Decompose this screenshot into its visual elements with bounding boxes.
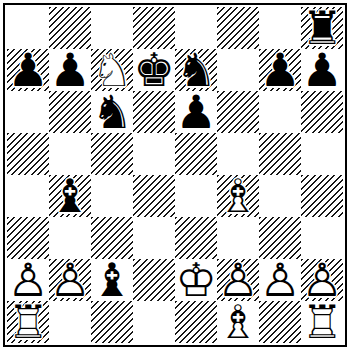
square-b5[interactable] xyxy=(49,133,91,175)
white-pawn-halo: ♟ xyxy=(259,259,301,301)
black-knight-halo: ♞ xyxy=(91,91,133,133)
square-a6[interactable] xyxy=(7,91,49,133)
board-frame: ♜♜♟♟♟♟♞♘♚♚♞♞♟♟♟♟♞♞♟♟♝♝♝♗♟♙♟♙♝♝♚♔♟♙♟♙♟♙♜♖… xyxy=(3,3,347,347)
square-e3[interactable] xyxy=(175,217,217,259)
square-a2[interactable]: ♟♙ xyxy=(7,259,49,301)
square-g3[interactable] xyxy=(259,217,301,259)
black-rook-halo: ♜ xyxy=(301,7,343,49)
square-f6[interactable] xyxy=(217,91,259,133)
square-b2[interactable]: ♟♙ xyxy=(49,259,91,301)
white-king-e2: ♔ xyxy=(175,259,217,301)
square-b8[interactable] xyxy=(49,7,91,49)
square-d5[interactable] xyxy=(133,133,175,175)
black-bishop-halo: ♝ xyxy=(91,259,133,301)
square-b6[interactable] xyxy=(49,91,91,133)
square-g4[interactable] xyxy=(259,175,301,217)
black-pawn-b7: ♟ xyxy=(49,49,91,91)
square-a5[interactable] xyxy=(7,133,49,175)
square-h4[interactable] xyxy=(301,175,343,217)
square-h7[interactable]: ♟♟ xyxy=(301,49,343,91)
black-bishop-c2: ♝ xyxy=(91,259,133,301)
black-pawn-halo: ♟ xyxy=(49,49,91,91)
square-f5[interactable] xyxy=(217,133,259,175)
white-pawn-h2: ♙ xyxy=(301,259,343,301)
white-pawn-b2: ♙ xyxy=(49,259,91,301)
white-pawn-halo: ♟ xyxy=(7,259,49,301)
white-bishop-halo: ♝ xyxy=(217,301,259,343)
square-b1[interactable] xyxy=(49,301,91,343)
white-rook-halo: ♜ xyxy=(7,301,49,343)
square-f1[interactable]: ♝♗ xyxy=(217,301,259,343)
white-bishop-f1: ♗ xyxy=(217,301,259,343)
black-pawn-e6: ♟ xyxy=(175,91,217,133)
square-h3[interactable] xyxy=(301,217,343,259)
black-knight-e7: ♞ xyxy=(175,49,217,91)
square-b7[interactable]: ♟♟ xyxy=(49,49,91,91)
black-pawn-a7: ♟ xyxy=(7,49,49,91)
square-d2[interactable] xyxy=(133,259,175,301)
square-c2[interactable]: ♝♝ xyxy=(91,259,133,301)
black-pawn-h7: ♟ xyxy=(301,49,343,91)
square-h6[interactable] xyxy=(301,91,343,133)
square-g2[interactable]: ♟♙ xyxy=(259,259,301,301)
black-king-d7: ♚ xyxy=(133,49,175,91)
black-pawn-g7: ♟ xyxy=(259,49,301,91)
black-pawn-halo: ♟ xyxy=(7,49,49,91)
white-rook-h1: ♖ xyxy=(301,301,343,343)
square-a4[interactable] xyxy=(7,175,49,217)
square-c7[interactable]: ♞♘ xyxy=(91,49,133,91)
square-f8[interactable] xyxy=(217,7,259,49)
square-h1[interactable]: ♜♖ xyxy=(301,301,343,343)
square-d8[interactable] xyxy=(133,7,175,49)
square-e8[interactable] xyxy=(175,7,217,49)
black-bishop-b4: ♝ xyxy=(49,175,91,217)
square-a1[interactable]: ♜♖ xyxy=(7,301,49,343)
square-c1[interactable] xyxy=(91,301,133,343)
white-bishop-halo: ♝ xyxy=(217,175,259,217)
square-d3[interactable] xyxy=(133,217,175,259)
square-c5[interactable] xyxy=(91,133,133,175)
black-knight-halo: ♞ xyxy=(175,49,217,91)
square-c6[interactable]: ♞♞ xyxy=(91,91,133,133)
square-g5[interactable] xyxy=(259,133,301,175)
white-pawn-halo: ♟ xyxy=(217,259,259,301)
square-a7[interactable]: ♟♟ xyxy=(7,49,49,91)
square-h5[interactable] xyxy=(301,133,343,175)
square-g1[interactable] xyxy=(259,301,301,343)
black-rook-h8: ♜ xyxy=(301,7,343,49)
square-e6[interactable]: ♟♟ xyxy=(175,91,217,133)
white-bishop-f4: ♗ xyxy=(217,175,259,217)
square-g6[interactable] xyxy=(259,91,301,133)
square-c8[interactable] xyxy=(91,7,133,49)
white-rook-halo: ♜ xyxy=(301,301,343,343)
square-b4[interactable]: ♝♝ xyxy=(49,175,91,217)
square-g7[interactable]: ♟♟ xyxy=(259,49,301,91)
black-pawn-halo: ♟ xyxy=(301,49,343,91)
white-pawn-f2: ♙ xyxy=(217,259,259,301)
black-pawn-halo: ♟ xyxy=(175,91,217,133)
square-g8[interactable] xyxy=(259,7,301,49)
square-e4[interactable] xyxy=(175,175,217,217)
square-d6[interactable] xyxy=(133,91,175,133)
square-d1[interactable] xyxy=(133,301,175,343)
square-e5[interactable] xyxy=(175,133,217,175)
square-e1[interactable] xyxy=(175,301,217,343)
white-king-halo: ♚ xyxy=(175,259,217,301)
square-c3[interactable] xyxy=(91,217,133,259)
square-f4[interactable]: ♝♗ xyxy=(217,175,259,217)
white-rook-a1: ♖ xyxy=(7,301,49,343)
white-pawn-halo: ♟ xyxy=(301,259,343,301)
square-f3[interactable] xyxy=(217,217,259,259)
square-h8[interactable]: ♜♜ xyxy=(301,7,343,49)
black-bishop-halo: ♝ xyxy=(49,175,91,217)
square-e2[interactable]: ♚♔ xyxy=(175,259,217,301)
black-knight-c6: ♞ xyxy=(91,91,133,133)
square-b3[interactable] xyxy=(49,217,91,259)
white-pawn-a2: ♙ xyxy=(7,259,49,301)
square-a3[interactable] xyxy=(7,217,49,259)
square-h2[interactable]: ♟♙ xyxy=(301,259,343,301)
square-e7[interactable]: ♞♞ xyxy=(175,49,217,91)
black-king-halo: ♚ xyxy=(133,49,175,91)
white-knight-c7: ♘ xyxy=(91,49,133,91)
square-d4[interactable] xyxy=(133,175,175,217)
white-pawn-g2: ♙ xyxy=(259,259,301,301)
chess-board: ♜♜♟♟♟♟♞♘♚♚♞♞♟♟♟♟♞♞♟♟♝♝♝♗♟♙♟♙♝♝♚♔♟♙♟♙♟♙♜♖… xyxy=(7,7,343,343)
square-f2[interactable]: ♟♙ xyxy=(217,259,259,301)
white-pawn-halo: ♟ xyxy=(49,259,91,301)
white-knight-halo: ♞ xyxy=(91,49,133,91)
square-a8[interactable] xyxy=(7,7,49,49)
black-pawn-halo: ♟ xyxy=(259,49,301,91)
square-d7[interactable]: ♚♚ xyxy=(133,49,175,91)
square-f7[interactable] xyxy=(217,49,259,91)
square-c4[interactable] xyxy=(91,175,133,217)
